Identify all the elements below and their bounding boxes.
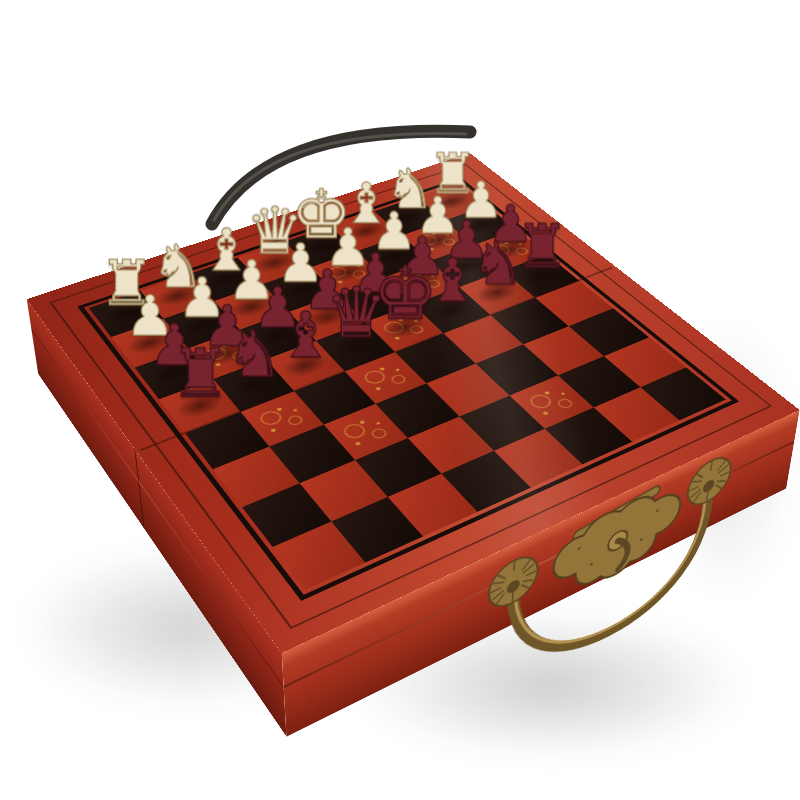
red-knight: ♞: [472, 234, 525, 293]
red-bishop: ♝: [278, 304, 334, 367]
red-knight: ♞: [225, 322, 282, 386]
product-photo: ♜♞♝♛♚♝♞♜♟♟♟♟♟♟♟♟♟♟♟♟♟♟♟♟♜♞♝♛♚♝♞♜: [0, 0, 800, 800]
red-rook: ♜: [170, 340, 230, 407]
scene-3d: ♜♞♝♛♚♝♞♜♟♟♟♟♟♟♟♟♟♟♟♟♟♟♟♟♜♞♝♛♚♝♞♜: [0, 0, 800, 800]
red-queen: ♛: [325, 278, 388, 348]
